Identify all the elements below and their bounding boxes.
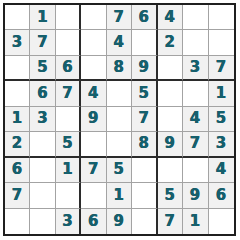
cell-r1c9[interactable]: [209, 5, 234, 30]
cell-r3c2: 5: [30, 56, 55, 81]
cell-r7c9: 4: [209, 158, 234, 183]
cell-r6c3: 5: [56, 132, 81, 157]
cell-r3c3: 6: [56, 56, 81, 81]
cell-r6c1: 2: [5, 132, 30, 157]
cell-r5c2: 3: [30, 107, 55, 132]
cell-r7c7[interactable]: [158, 158, 183, 183]
cell-r7c5: 5: [107, 158, 132, 183]
cell-r9c6[interactable]: [132, 209, 157, 234]
cell-r3c1[interactable]: [5, 56, 30, 81]
cell-r5c8: 4: [183, 107, 208, 132]
cell-r4c3: 7: [56, 81, 81, 106]
cell-r2c5: 4: [107, 30, 132, 55]
cell-r1c6: 6: [132, 5, 157, 30]
cell-r6c5[interactable]: [107, 132, 132, 157]
sudoku-board: 1764374256893767451139745258973617547159…: [3, 3, 236, 236]
cell-r4c8[interactable]: [183, 81, 208, 106]
cell-r2c6[interactable]: [132, 30, 157, 55]
cell-r7c1: 6: [5, 158, 30, 183]
cell-r9c2[interactable]: [30, 209, 55, 234]
cell-r5c3[interactable]: [56, 107, 81, 132]
cell-r2c8[interactable]: [183, 30, 208, 55]
cell-r7c3: 1: [56, 158, 81, 183]
cell-r1c7: 4: [158, 5, 183, 30]
cell-r6c6: 8: [132, 132, 157, 157]
cell-r4c7[interactable]: [158, 81, 183, 106]
cell-r2c7: 2: [158, 30, 183, 55]
cell-r7c6[interactable]: [132, 158, 157, 183]
cell-r3c7[interactable]: [158, 56, 183, 81]
cell-r6c4[interactable]: [81, 132, 106, 157]
cell-r3c9: 7: [209, 56, 234, 81]
cell-r8c9: 6: [209, 183, 234, 208]
cell-r9c7: 7: [158, 209, 183, 234]
cell-r6c9: 3: [209, 132, 234, 157]
cell-r2c4[interactable]: [81, 30, 106, 55]
cell-r4c5[interactable]: [107, 81, 132, 106]
cell-r4c9: 1: [209, 81, 234, 106]
cell-r3c4[interactable]: [81, 56, 106, 81]
cell-r4c6: 5: [132, 81, 157, 106]
cell-r7c4: 7: [81, 158, 106, 183]
cell-r9c3: 3: [56, 209, 81, 234]
cell-r5c9: 5: [209, 107, 234, 132]
cell-r1c8[interactable]: [183, 5, 208, 30]
cell-r9c8: 1: [183, 209, 208, 234]
cell-r3c6: 9: [132, 56, 157, 81]
cell-r1c4[interactable]: [81, 5, 106, 30]
cell-r8c5: 1: [107, 183, 132, 208]
cell-r9c5: 9: [107, 209, 132, 234]
cell-r8c3[interactable]: [56, 183, 81, 208]
cell-r6c2[interactable]: [30, 132, 55, 157]
cell-r2c2: 7: [30, 30, 55, 55]
cell-r9c1[interactable]: [5, 209, 30, 234]
cell-r9c9[interactable]: [209, 209, 234, 234]
cell-r7c8[interactable]: [183, 158, 208, 183]
cell-r2c3[interactable]: [56, 30, 81, 55]
cell-r6c7: 9: [158, 132, 183, 157]
cell-r8c8: 9: [183, 183, 208, 208]
cell-r5c1: 1: [5, 107, 30, 132]
cell-r1c1[interactable]: [5, 5, 30, 30]
cell-r5c6: 7: [132, 107, 157, 132]
cell-r5c4: 9: [81, 107, 106, 132]
cell-r8c4[interactable]: [81, 183, 106, 208]
cell-r3c8: 3: [183, 56, 208, 81]
cell-r8c2[interactable]: [30, 183, 55, 208]
cell-r8c6[interactable]: [132, 183, 157, 208]
cell-r6c8: 7: [183, 132, 208, 157]
cell-r8c7: 5: [158, 183, 183, 208]
cell-r7c2[interactable]: [30, 158, 55, 183]
cell-r8c1: 7: [5, 183, 30, 208]
cell-r5c7[interactable]: [158, 107, 183, 132]
cell-r9c4: 6: [81, 209, 106, 234]
cell-r4c4: 4: [81, 81, 106, 106]
cell-r3c5: 8: [107, 56, 132, 81]
cell-r1c2: 1: [30, 5, 55, 30]
cell-r4c1[interactable]: [5, 81, 30, 106]
cell-r1c3[interactable]: [56, 5, 81, 30]
cell-r5c5[interactable]: [107, 107, 132, 132]
cell-r4c2: 6: [30, 81, 55, 106]
cell-r2c1: 3: [5, 30, 30, 55]
cell-r1c5: 7: [107, 5, 132, 30]
cell-r2c9[interactable]: [209, 30, 234, 55]
